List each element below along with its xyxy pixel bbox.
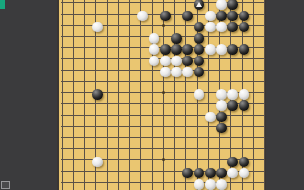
- black-stone: [194, 0, 205, 10]
- white-stone: [216, 89, 227, 100]
- grid-line-vertical: [152, 0, 153, 190]
- black-stone: [216, 112, 227, 123]
- white-stone: [205, 22, 216, 33]
- accent-corner-square: [0, 0, 5, 9]
- black-stone: [239, 100, 250, 111]
- grid-line-horizontal: [61, 115, 264, 116]
- right-panel: [266, 0, 304, 190]
- grid-line-vertical: [73, 0, 74, 190]
- white-stone: [194, 179, 205, 190]
- grid-line-horizontal: [61, 148, 264, 149]
- white-stone: [227, 168, 238, 179]
- white-stone: [171, 67, 182, 78]
- white-stone: [239, 168, 250, 179]
- white-stone: [239, 89, 250, 100]
- black-stone: [182, 56, 193, 67]
- grid-line-vertical: [62, 0, 63, 190]
- grid-line-vertical: [185, 0, 186, 190]
- white-stone: [149, 44, 160, 55]
- black-stone: [216, 123, 227, 134]
- left-panel: [0, 0, 57, 190]
- grid-line-vertical: [163, 0, 164, 190]
- white-stone: [227, 89, 238, 100]
- grid-line-horizontal: [61, 81, 264, 82]
- black-stone: [182, 168, 193, 179]
- white-stone: [216, 100, 227, 111]
- white-stone: [205, 44, 216, 55]
- black-stone: [171, 44, 182, 55]
- black-stone: [216, 168, 227, 179]
- white-stone: [216, 179, 227, 190]
- grid-line-vertical: [174, 0, 175, 190]
- black-stone: [239, 22, 250, 33]
- white-stone: [205, 11, 216, 22]
- app-window: [0, 0, 304, 190]
- black-stone: [194, 33, 205, 44]
- white-stone: [216, 0, 227, 10]
- black-stone: [205, 168, 216, 179]
- black-stone: [239, 11, 250, 22]
- grid-line-horizontal: [61, 36, 264, 37]
- grid-line-vertical: [264, 0, 265, 190]
- black-stone: [182, 44, 193, 55]
- black-stone: [239, 157, 250, 168]
- grid-line-vertical: [84, 0, 85, 190]
- last-move-triangle-marker: [196, 2, 202, 7]
- white-stone: [182, 67, 193, 78]
- go-board[interactable]: [57, 0, 266, 190]
- white-stone: [160, 56, 171, 67]
- black-stone: [216, 11, 227, 22]
- black-stone: [227, 157, 238, 168]
- white-stone: [137, 11, 148, 22]
- grid-line-vertical: [129, 0, 130, 190]
- black-stone: [160, 11, 171, 22]
- black-stone: [194, 67, 205, 78]
- grid-line-vertical: [253, 0, 254, 190]
- white-stone: [205, 112, 216, 123]
- black-stone: [171, 33, 182, 44]
- white-stone: [194, 89, 205, 100]
- white-stone: [171, 56, 182, 67]
- black-stone: [194, 22, 205, 33]
- grid-line-horizontal: [61, 182, 264, 183]
- black-stone: [194, 56, 205, 67]
- white-stone: [216, 44, 227, 55]
- white-stone: [149, 33, 160, 44]
- star-point: [162, 91, 165, 94]
- black-stone: [182, 11, 193, 22]
- black-stone: [239, 44, 250, 55]
- black-stone: [194, 44, 205, 55]
- grid-line-vertical: [107, 0, 108, 190]
- grid-line-vertical: [140, 0, 141, 190]
- black-stone: [92, 89, 103, 100]
- black-stone: [227, 11, 238, 22]
- grid-line-horizontal: [61, 126, 264, 127]
- star-point: [162, 158, 165, 161]
- white-stone: [92, 157, 103, 168]
- black-stone: [160, 44, 171, 55]
- black-stone: [227, 44, 238, 55]
- black-stone: [227, 100, 238, 111]
- grid-line-vertical: [118, 0, 119, 190]
- white-stone: [216, 22, 227, 33]
- star-point: [162, 24, 165, 27]
- white-stone: [160, 67, 171, 78]
- black-stone: [227, 0, 238, 10]
- bottom-left-window-icon[interactable]: [1, 181, 10, 189]
- white-stone: [92, 22, 103, 33]
- white-stone: [149, 56, 160, 67]
- black-stone: [227, 22, 238, 33]
- black-stone: [194, 168, 205, 179]
- white-stone: [205, 179, 216, 190]
- grid-line-horizontal: [61, 137, 264, 138]
